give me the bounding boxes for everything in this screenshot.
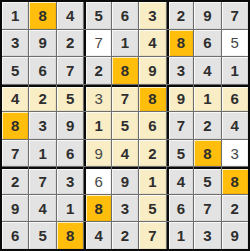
cell-r4c1[interactable]: 4 bbox=[2, 85, 28, 112]
cell-r8c1[interactable]: 9 bbox=[2, 195, 28, 222]
cell-r6c6[interactable]: 2 bbox=[139, 140, 165, 167]
sudoku-board: 1845632973927148655672893414253789168391… bbox=[0, 0, 250, 251]
cell-r1c2[interactable]: 8 bbox=[29, 2, 55, 29]
cell-r4c5[interactable]: 7 bbox=[112, 85, 138, 112]
cell-r6c1[interactable]: 7 bbox=[2, 140, 28, 167]
cell-r2c5[interactable]: 1 bbox=[112, 30, 138, 57]
cell-r6c9[interactable]: 3 bbox=[222, 140, 248, 167]
cell-r2c8[interactable]: 6 bbox=[194, 30, 220, 57]
cell-r2c1[interactable]: 3 bbox=[2, 30, 28, 57]
cell-r8c2[interactable]: 4 bbox=[29, 195, 55, 222]
cell-r5c1[interactable]: 8 bbox=[2, 112, 28, 139]
cell-r8c5[interactable]: 3 bbox=[112, 195, 138, 222]
cell-r1c4[interactable]: 5 bbox=[84, 2, 110, 29]
cell-r1c8[interactable]: 9 bbox=[194, 2, 220, 29]
cell-r9c7[interactable]: 1 bbox=[167, 222, 193, 249]
cell-r3c4[interactable]: 2 bbox=[84, 57, 110, 84]
cell-r5c6[interactable]: 6 bbox=[139, 112, 165, 139]
cell-r3c1[interactable]: 5 bbox=[2, 57, 28, 84]
cell-r5c7[interactable]: 7 bbox=[167, 112, 193, 139]
cell-r7c6[interactable]: 1 bbox=[139, 167, 165, 194]
cell-r1c3[interactable]: 4 bbox=[57, 2, 83, 29]
cell-r8c9[interactable]: 2 bbox=[222, 195, 248, 222]
cell-r8c8[interactable]: 7 bbox=[194, 195, 220, 222]
cell-r8c4[interactable]: 8 bbox=[84, 195, 110, 222]
cell-r9c5[interactable]: 2 bbox=[112, 222, 138, 249]
cell-r4c3[interactable]: 5 bbox=[57, 85, 83, 112]
cell-r9c9[interactable]: 9 bbox=[222, 222, 248, 249]
cell-r4c6[interactable]: 8 bbox=[139, 85, 165, 112]
cell-r6c8[interactable]: 8 bbox=[194, 140, 220, 167]
cell-r5c3[interactable]: 9 bbox=[57, 112, 83, 139]
cell-r8c7[interactable]: 6 bbox=[167, 195, 193, 222]
cell-r4c4[interactable]: 3 bbox=[84, 85, 110, 112]
cell-r1c7[interactable]: 2 bbox=[167, 2, 193, 29]
cell-r4c7[interactable]: 9 bbox=[167, 85, 193, 112]
cell-r5c9[interactable]: 4 bbox=[222, 112, 248, 139]
cell-r9c3[interactable]: 8 bbox=[57, 222, 83, 249]
cell-r6c4[interactable]: 9 bbox=[84, 140, 110, 167]
cell-r2c4[interactable]: 7 bbox=[84, 30, 110, 57]
cell-r2c3[interactable]: 2 bbox=[57, 30, 83, 57]
cell-r5c4[interactable]: 1 bbox=[84, 112, 110, 139]
cell-r6c7[interactable]: 5 bbox=[167, 140, 193, 167]
cell-r4c2[interactable]: 2 bbox=[29, 85, 55, 112]
cell-r7c5[interactable]: 9 bbox=[112, 167, 138, 194]
cell-r1c9[interactable]: 7 bbox=[222, 2, 248, 29]
cell-r8c3[interactable]: 1 bbox=[57, 195, 83, 222]
cell-r6c2[interactable]: 1 bbox=[29, 140, 55, 167]
cell-r7c8[interactable]: 5 bbox=[194, 167, 220, 194]
cell-r2c9[interactable]: 5 bbox=[222, 30, 248, 57]
cell-r2c2[interactable]: 9 bbox=[29, 30, 55, 57]
cell-r1c5[interactable]: 6 bbox=[112, 2, 138, 29]
cell-r9c6[interactable]: 7 bbox=[139, 222, 165, 249]
cell-r7c1[interactable]: 2 bbox=[2, 167, 28, 194]
cell-r3c8[interactable]: 4 bbox=[194, 57, 220, 84]
cell-r9c8[interactable]: 3 bbox=[194, 222, 220, 249]
cell-r8c6[interactable]: 5 bbox=[139, 195, 165, 222]
cell-r1c1[interactable]: 1 bbox=[2, 2, 28, 29]
cell-r6c5[interactable]: 4 bbox=[112, 140, 138, 167]
cell-r3c2[interactable]: 6 bbox=[29, 57, 55, 84]
cell-r3c7[interactable]: 3 bbox=[167, 57, 193, 84]
cell-r4c9[interactable]: 6 bbox=[222, 85, 248, 112]
cell-r7c3[interactable]: 3 bbox=[57, 167, 83, 194]
cell-r2c7[interactable]: 8 bbox=[167, 30, 193, 57]
cell-r5c2[interactable]: 3 bbox=[29, 112, 55, 139]
cell-r3c3[interactable]: 7 bbox=[57, 57, 83, 84]
cell-r7c2[interactable]: 7 bbox=[29, 167, 55, 194]
cell-r6c3[interactable]: 6 bbox=[57, 140, 83, 167]
cell-r5c8[interactable]: 2 bbox=[194, 112, 220, 139]
cell-r9c2[interactable]: 5 bbox=[29, 222, 55, 249]
cell-r9c4[interactable]: 4 bbox=[84, 222, 110, 249]
cell-r7c7[interactable]: 4 bbox=[167, 167, 193, 194]
cell-r7c4[interactable]: 6 bbox=[84, 167, 110, 194]
cell-r9c1[interactable]: 6 bbox=[2, 222, 28, 249]
cell-r4c8[interactable]: 1 bbox=[194, 85, 220, 112]
cell-r3c5[interactable]: 8 bbox=[112, 57, 138, 84]
cell-r1c6[interactable]: 3 bbox=[139, 2, 165, 29]
cell-r3c6[interactable]: 9 bbox=[139, 57, 165, 84]
cell-r5c5[interactable]: 5 bbox=[112, 112, 138, 139]
cell-r3c9[interactable]: 1 bbox=[222, 57, 248, 84]
cell-r7c9[interactable]: 8 bbox=[222, 167, 248, 194]
cell-r2c6[interactable]: 4 bbox=[139, 30, 165, 57]
